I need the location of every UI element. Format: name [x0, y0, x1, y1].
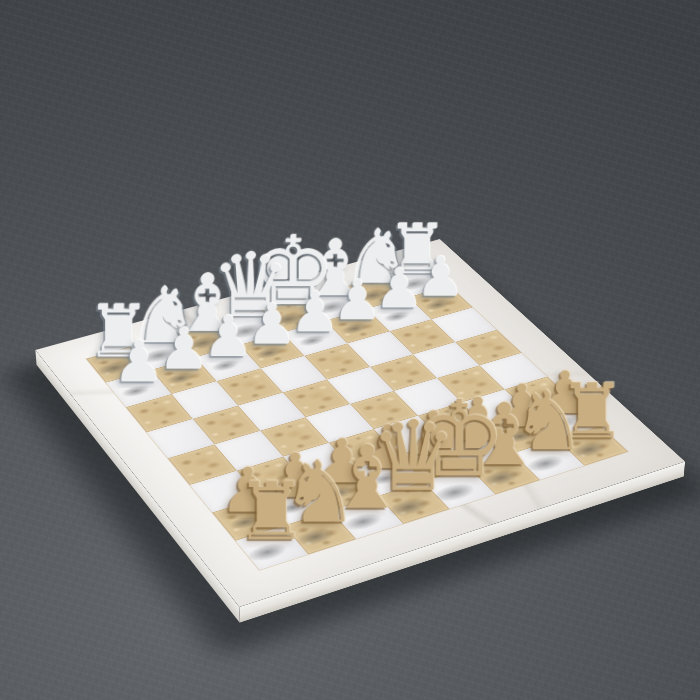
concrete-surface: ♜♞♝♛♚♝♞♜♟♟♟♟♟♟♟♟♟♟♟♟♟♟♟♟♜♞♝♛♚♝♞♜ — [0, 0, 700, 700]
coral-rook-glyph: ♜ — [196, 405, 347, 548]
